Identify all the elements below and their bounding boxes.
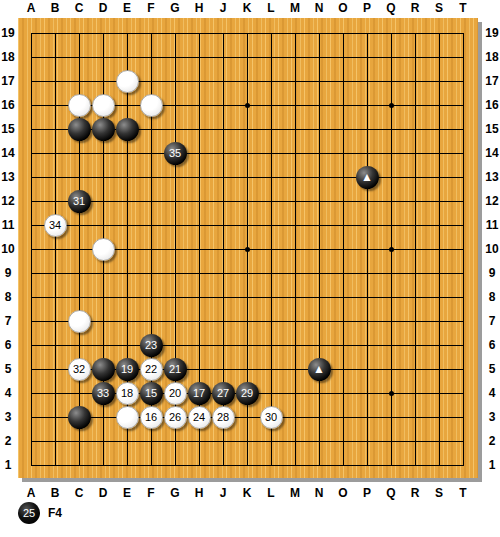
- stone-p13-black[interactable]: ▲: [356, 166, 379, 189]
- stone-f5-white[interactable]: 22: [140, 358, 163, 381]
- coord-label-col-top-p: P: [355, 1, 379, 15]
- stone-j4-black[interactable]: 27: [212, 382, 235, 405]
- grid-line-vertical: [439, 33, 440, 466]
- annotation-move-number: 25: [23, 508, 35, 519]
- coord-label-row-right-4: 4: [484, 381, 500, 405]
- coord-label-col-top-e: E: [115, 1, 139, 15]
- coord-label-col-bottom-r: R: [403, 486, 427, 500]
- coord-label-col-bottom-k: K: [235, 486, 259, 500]
- coord-label-row-left-1: 1: [0, 453, 16, 477]
- coord-label-row-right-7: 7: [484, 309, 500, 333]
- coord-label-col-top-b: B: [43, 1, 67, 15]
- stone-g3-white[interactable]: 26: [164, 406, 187, 429]
- stone-h3-white[interactable]: 24: [188, 406, 211, 429]
- coord-label-col-top-n: N: [307, 1, 331, 15]
- coord-label-col-top-o: O: [331, 1, 355, 15]
- stone-c5-white[interactable]: 32: [68, 358, 91, 381]
- triangle-mark-icon: ▲: [313, 363, 325, 375]
- grid-line-horizontal: [31, 273, 464, 274]
- coord-label-col-bottom-a: A: [19, 486, 43, 500]
- stone-c3-black[interactable]: [68, 406, 91, 429]
- coord-label-row-right-11: 11: [484, 213, 500, 237]
- grid-line-vertical: [463, 33, 464, 466]
- coord-label-row-right-18: 18: [484, 45, 500, 69]
- coord-label-col-top-k: K: [235, 1, 259, 15]
- move-number: 20: [169, 388, 181, 399]
- stone-d16-white[interactable]: [92, 94, 115, 117]
- coord-label-col-top-g: G: [163, 1, 187, 15]
- move-number: 22: [145, 364, 157, 375]
- coord-label-row-left-15: 15: [0, 117, 16, 141]
- go-kifu-page: 35▲31342332192221▲3318152017272916262428…: [0, 0, 500, 537]
- coord-label-col-bottom-j: J: [211, 486, 235, 500]
- move-number: 27: [217, 388, 229, 399]
- coord-label-col-bottom-b: B: [43, 486, 67, 500]
- stone-k4-black[interactable]: 29: [236, 382, 259, 405]
- stone-l3-white[interactable]: 30: [260, 406, 283, 429]
- grid-line-vertical: [367, 33, 368, 466]
- star-point-K16: [245, 103, 250, 108]
- coord-label-row-right-13: 13: [484, 165, 500, 189]
- move-number: 35: [169, 148, 181, 159]
- coord-label-col-bottom-c: C: [67, 486, 91, 500]
- coord-label-row-left-18: 18: [0, 45, 16, 69]
- stone-h4-black[interactable]: 17: [188, 382, 211, 405]
- coord-label-col-bottom-n: N: [307, 486, 331, 500]
- coord-label-row-right-3: 3: [484, 405, 500, 429]
- coord-label-row-left-10: 10: [0, 237, 16, 261]
- stone-g14-black[interactable]: 35: [164, 142, 187, 165]
- coord-label-col-bottom-d: D: [91, 486, 115, 500]
- move-number: 33: [97, 388, 109, 399]
- stone-b11-white[interactable]: 34: [44, 214, 67, 237]
- grid-line-horizontal: [31, 321, 464, 322]
- coord-label-row-right-14: 14: [484, 141, 500, 165]
- stone-d5-black[interactable]: [92, 358, 115, 381]
- coord-label-row-right-15: 15: [484, 117, 500, 141]
- grid-line-horizontal: [31, 441, 464, 442]
- coord-label-col-bottom-p: P: [355, 486, 379, 500]
- coord-label-row-right-12: 12: [484, 189, 500, 213]
- grid-line-vertical: [343, 33, 344, 466]
- go-board[interactable]: 35▲31342332192221▲3318152017272916262428…: [18, 18, 478, 478]
- move-number: 34: [49, 220, 61, 231]
- triangle-mark-icon: ▲: [361, 171, 373, 183]
- grid-line-vertical: [295, 33, 296, 466]
- star-point-Q10: [389, 247, 394, 252]
- coord-label-row-left-8: 8: [0, 285, 16, 309]
- coord-label-row-left-17: 17: [0, 69, 16, 93]
- coord-label-col-bottom-e: E: [115, 486, 139, 500]
- move-number: 24: [193, 412, 205, 423]
- coord-label-col-top-f: F: [139, 1, 163, 15]
- stone-e5-black[interactable]: 19: [116, 358, 139, 381]
- move-number: 30: [265, 412, 277, 423]
- stone-d4-black[interactable]: 33: [92, 382, 115, 405]
- grid-line-horizontal: [31, 465, 464, 466]
- stone-g4-white[interactable]: 20: [164, 382, 187, 405]
- coord-label-row-left-4: 4: [0, 381, 16, 405]
- coord-label-row-right-1: 1: [484, 453, 500, 477]
- stone-e4-white[interactable]: 18: [116, 382, 139, 405]
- grid-line-vertical: [415, 33, 416, 466]
- stone-j3-white[interactable]: 28: [212, 406, 235, 429]
- coord-label-row-right-9: 9: [484, 261, 500, 285]
- coord-label-row-right-10: 10: [484, 237, 500, 261]
- coord-label-col-top-d: D: [91, 1, 115, 15]
- stone-f4-black[interactable]: 15: [140, 382, 163, 405]
- coord-label-col-bottom-m: M: [283, 486, 307, 500]
- coord-label-col-bottom-s: S: [427, 486, 451, 500]
- coord-label-row-right-19: 19: [484, 21, 500, 45]
- grid-line-vertical: [271, 33, 272, 466]
- stone-c16-white[interactable]: [68, 94, 91, 117]
- grid-line-horizontal: [31, 345, 464, 346]
- grid-line-vertical: [319, 33, 320, 466]
- stone-c15-black[interactable]: [68, 118, 91, 141]
- coord-label-col-bottom-h: H: [187, 486, 211, 500]
- coord-label-col-bottom-g: G: [163, 486, 187, 500]
- star-point-K10: [245, 247, 250, 252]
- coord-label-col-bottom-f: F: [139, 486, 163, 500]
- coord-label-col-top-h: H: [187, 1, 211, 15]
- coord-label-row-left-12: 12: [0, 189, 16, 213]
- stone-d15-black[interactable]: [92, 118, 115, 141]
- annotation-move-stone: 25: [18, 502, 40, 524]
- coord-label-row-left-5: 5: [0, 357, 16, 381]
- coord-label-row-right-8: 8: [484, 285, 500, 309]
- coord-label-col-top-m: M: [283, 1, 307, 15]
- stone-g5-black[interactable]: 21: [164, 358, 187, 381]
- move-number: 18: [121, 388, 133, 399]
- stone-f6-black[interactable]: 23: [140, 334, 163, 357]
- coord-label-row-left-2: 2: [0, 429, 16, 453]
- coord-label-row-left-14: 14: [0, 141, 16, 165]
- coord-label-col-top-j: J: [211, 1, 235, 15]
- coord-label-row-right-6: 6: [484, 333, 500, 357]
- move-number: 29: [241, 388, 253, 399]
- coord-label-col-top-r: R: [403, 1, 427, 15]
- stone-c7-white[interactable]: [68, 310, 91, 333]
- star-point-Q16: [389, 103, 394, 108]
- stone-f16-white[interactable]: [140, 94, 163, 117]
- coord-label-col-top-t: T: [451, 1, 475, 15]
- coord-label-row-right-5: 5: [484, 357, 500, 381]
- move-number: 26: [169, 412, 181, 423]
- coord-label-col-bottom-o: O: [331, 486, 355, 500]
- stone-f3-white[interactable]: 16: [140, 406, 163, 429]
- stone-e3-white[interactable]: [116, 406, 139, 429]
- stone-n5-black[interactable]: ▲: [308, 358, 331, 381]
- stone-e15-black[interactable]: [116, 118, 139, 141]
- move-number: 17: [193, 388, 205, 399]
- annotation-move-location: F4: [48, 506, 62, 520]
- coord-label-row-right-2: 2: [484, 429, 500, 453]
- coord-label-row-right-17: 17: [484, 69, 500, 93]
- coord-label-col-bottom-l: L: [259, 486, 283, 500]
- move-number: 19: [121, 364, 133, 375]
- coord-label-row-left-3: 3: [0, 405, 16, 429]
- coord-label-col-bottom-q: Q: [379, 486, 403, 500]
- coord-label-row-left-16: 16: [0, 93, 16, 117]
- coord-label-row-left-11: 11: [0, 213, 16, 237]
- move-number: 31: [73, 196, 85, 207]
- coord-label-col-top-a: A: [19, 1, 43, 15]
- move-number: 16: [145, 412, 157, 423]
- star-point-Q4: [389, 391, 394, 396]
- grid-line-horizontal: [31, 297, 464, 298]
- coord-label-row-left-6: 6: [0, 333, 16, 357]
- coord-label-row-left-13: 13: [0, 165, 16, 189]
- grid-line-horizontal: [31, 417, 464, 418]
- coord-label-col-top-l: L: [259, 1, 283, 15]
- stone-e17-white[interactable]: [116, 70, 139, 93]
- coord-label-row-left-7: 7: [0, 309, 16, 333]
- move-annotation: 25 F4: [18, 502, 62, 524]
- coord-label-col-top-c: C: [67, 1, 91, 15]
- coord-label-row-left-19: 19: [0, 21, 16, 45]
- coord-label-col-top-q: Q: [379, 1, 403, 15]
- stone-c12-black[interactable]: 31: [68, 190, 91, 213]
- coord-label-col-bottom-t: T: [451, 486, 475, 500]
- move-number: 15: [145, 388, 157, 399]
- coord-label-row-right-16: 16: [484, 93, 500, 117]
- move-number: 32: [73, 364, 85, 375]
- move-number: 23: [145, 340, 157, 351]
- move-number: 28: [217, 412, 229, 423]
- stone-d10-white[interactable]: [92, 238, 115, 261]
- coord-label-col-top-s: S: [427, 1, 451, 15]
- move-number: 21: [169, 364, 181, 375]
- coord-label-row-left-9: 9: [0, 261, 16, 285]
